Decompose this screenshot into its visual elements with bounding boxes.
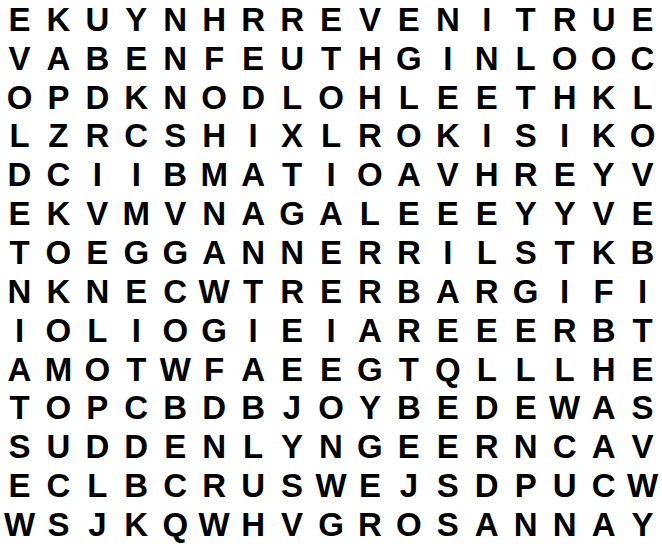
grid-cell[interactable]: O	[389, 117, 428, 156]
grid-cell[interactable]: N	[156, 39, 195, 78]
grid-cell[interactable]: M	[39, 350, 78, 389]
grid-cell[interactable]: L	[0, 117, 39, 156]
grid-cell[interactable]: L	[78, 466, 117, 505]
grid-cell[interactable]: E	[623, 350, 662, 389]
grid-cell[interactable]: T	[389, 350, 428, 389]
grid-cell[interactable]: Y	[545, 194, 584, 233]
grid-cell[interactable]: D	[195, 389, 234, 428]
grid-cell[interactable]: H	[467, 155, 506, 194]
grid-cell[interactable]: N	[312, 427, 351, 466]
grid-cell[interactable]: B	[623, 233, 662, 272]
grid-cell[interactable]: O	[350, 155, 389, 194]
grid-cell[interactable]: E	[273, 350, 312, 389]
grid-cell[interactable]: T	[312, 39, 351, 78]
grid-cell[interactable]: B	[584, 311, 623, 350]
grid-cell[interactable]: C	[584, 466, 623, 505]
grid-cell[interactable]: U	[584, 0, 623, 39]
grid-cell[interactable]: T	[117, 350, 156, 389]
grid-cell[interactable]: V	[0, 39, 39, 78]
grid-cell[interactable]: O	[39, 389, 78, 428]
grid-cell[interactable]: N	[506, 505, 545, 544]
grid-cell[interactable]: A	[389, 155, 428, 194]
grid-cell[interactable]: O	[389, 505, 428, 544]
grid-cell[interactable]: G	[506, 272, 545, 311]
grid-cell[interactable]: G	[350, 350, 389, 389]
grid-cell[interactable]: R	[350, 272, 389, 311]
grid-cell[interactable]: I	[117, 155, 156, 194]
grid-cell[interactable]: O	[39, 233, 78, 272]
grid-cell[interactable]: O	[39, 311, 78, 350]
grid-cell[interactable]: L	[545, 350, 584, 389]
grid-cell[interactable]: E	[506, 389, 545, 428]
grid-cell[interactable]: K	[39, 194, 78, 233]
grid-cell[interactable]: F	[195, 39, 234, 78]
grid-cell[interactable]: L	[312, 117, 351, 156]
grid-cell[interactable]: O	[78, 350, 117, 389]
grid-cell[interactable]: Z	[39, 117, 78, 156]
grid-cell[interactable]: L	[467, 350, 506, 389]
grid-cell[interactable]: G	[117, 233, 156, 272]
grid-cell[interactable]: K	[584, 78, 623, 117]
grid-cell[interactable]: Y	[117, 0, 156, 39]
grid-cell[interactable]: R	[350, 233, 389, 272]
grid-cell[interactable]: Q	[156, 505, 195, 544]
grid-cell[interactable]: E	[273, 311, 312, 350]
grid-cell[interactable]: A	[0, 350, 39, 389]
grid-cell[interactable]: V	[78, 194, 117, 233]
grid-cell[interactable]: S	[506, 233, 545, 272]
grid-cell[interactable]: O	[156, 311, 195, 350]
grid-cell[interactable]: I	[0, 311, 39, 350]
grid-cell[interactable]: N	[78, 272, 117, 311]
grid-cell[interactable]: W	[156, 350, 195, 389]
grid-cell[interactable]: R	[234, 0, 273, 39]
grid-cell[interactable]: D	[467, 466, 506, 505]
grid-cell[interactable]: B	[117, 466, 156, 505]
grid-cell[interactable]: D	[234, 78, 273, 117]
grid-cell[interactable]: H	[584, 350, 623, 389]
grid-cell[interactable]: N	[428, 0, 467, 39]
grid-cell[interactable]: I	[312, 311, 351, 350]
grid-cell[interactable]: V	[273, 505, 312, 544]
grid-cell[interactable]: K	[117, 505, 156, 544]
grid-cell[interactable]: L	[623, 78, 662, 117]
grid-cell[interactable]: C	[545, 427, 584, 466]
grid-cell[interactable]: A	[584, 389, 623, 428]
grid-cell[interactable]: M	[195, 155, 234, 194]
grid-cell[interactable]: N	[545, 505, 584, 544]
grid-cell[interactable]: U	[78, 0, 117, 39]
grid-cell[interactable]: D	[117, 427, 156, 466]
grid-cell[interactable]: Y	[273, 427, 312, 466]
grid-cell[interactable]: H	[195, 0, 234, 39]
grid-cell[interactable]: N	[0, 272, 39, 311]
grid-cell[interactable]: R	[195, 466, 234, 505]
grid-cell[interactable]: E	[389, 194, 428, 233]
grid-cell[interactable]: U	[273, 39, 312, 78]
grid-cell[interactable]: R	[350, 117, 389, 156]
grid-cell[interactable]: O	[623, 117, 662, 156]
grid-cell[interactable]: T	[506, 0, 545, 39]
grid-cell[interactable]: D	[78, 78, 117, 117]
grid-cell[interactable]: R	[350, 505, 389, 544]
grid-cell[interactable]: C	[39, 466, 78, 505]
grid-cell[interactable]: R	[545, 311, 584, 350]
grid-cell[interactable]: G	[156, 233, 195, 272]
grid-cell[interactable]: S	[273, 466, 312, 505]
grid-cell[interactable]: O	[312, 78, 351, 117]
grid-cell[interactable]: M	[117, 194, 156, 233]
grid-cell[interactable]: C	[117, 117, 156, 156]
grid-cell[interactable]: I	[234, 311, 273, 350]
grid-cell[interactable]: L	[506, 39, 545, 78]
grid-cell[interactable]: K	[39, 272, 78, 311]
grid-cell[interactable]: E	[623, 194, 662, 233]
grid-cell[interactable]: E	[117, 39, 156, 78]
grid-cell[interactable]: N	[273, 233, 312, 272]
grid-cell[interactable]: I	[428, 233, 467, 272]
grid-cell[interactable]: F	[584, 272, 623, 311]
grid-cell[interactable]: I	[545, 272, 584, 311]
grid-cell[interactable]: D	[0, 155, 39, 194]
grid-cell[interactable]: A	[234, 350, 273, 389]
grid-cell[interactable]: N	[195, 427, 234, 466]
grid-cell[interactable]: E	[117, 272, 156, 311]
grid-cell[interactable]: S	[156, 117, 195, 156]
grid-cell[interactable]: I	[467, 117, 506, 156]
grid-cell[interactable]: N	[156, 0, 195, 39]
grid-cell[interactable]: E	[467, 78, 506, 117]
grid-cell[interactable]: L	[467, 233, 506, 272]
grid-cell[interactable]: Y	[350, 389, 389, 428]
grid-cell[interactable]: E	[428, 427, 467, 466]
grid-cell[interactable]: I	[312, 155, 351, 194]
grid-cell[interactable]: B	[156, 389, 195, 428]
grid-cell[interactable]: E	[312, 272, 351, 311]
grid-cell[interactable]: W	[195, 272, 234, 311]
grid-cell[interactable]: E	[428, 389, 467, 428]
grid-cell[interactable]: G	[195, 311, 234, 350]
grid-cell[interactable]: B	[389, 389, 428, 428]
grid-cell[interactable]: A	[467, 505, 506, 544]
grid-cell[interactable]: R	[545, 0, 584, 39]
grid-cell[interactable]: K	[117, 78, 156, 117]
grid-cell[interactable]: A	[195, 233, 234, 272]
grid-cell[interactable]: E	[0, 466, 39, 505]
grid-cell[interactable]: S	[506, 117, 545, 156]
grid-cell[interactable]: O	[545, 39, 584, 78]
grid-cell[interactable]: J	[389, 466, 428, 505]
grid-cell[interactable]: V	[156, 194, 195, 233]
grid-cell[interactable]: B	[389, 272, 428, 311]
grid-cell[interactable]: E	[156, 427, 195, 466]
grid-cell[interactable]: I	[467, 0, 506, 39]
grid-cell[interactable]: G	[389, 39, 428, 78]
grid-cell[interactable]: N	[156, 78, 195, 117]
grid-cell[interactable]: E	[350, 466, 389, 505]
grid-cell[interactable]: Y	[623, 505, 662, 544]
grid-cell[interactable]: L	[78, 311, 117, 350]
grid-cell[interactable]: G	[350, 427, 389, 466]
grid-cell[interactable]: C	[117, 389, 156, 428]
grid-cell[interactable]: A	[39, 39, 78, 78]
grid-cell[interactable]: V	[584, 194, 623, 233]
grid-cell[interactable]: G	[312, 505, 351, 544]
grid-cell[interactable]: S	[0, 427, 39, 466]
grid-cell[interactable]: L	[273, 78, 312, 117]
grid-cell[interactable]: E	[389, 0, 428, 39]
grid-cell[interactable]: U	[39, 427, 78, 466]
grid-cell[interactable]: J	[273, 389, 312, 428]
grid-cell[interactable]: D	[78, 427, 117, 466]
word-search-grid: EKUYNHRREVENITRUEVABENFEUTHGINLOOCOPDKNO…	[0, 0, 662, 544]
grid-cell[interactable]: R	[273, 272, 312, 311]
grid-cell[interactable]: A	[350, 311, 389, 350]
grid-cell[interactable]: I	[623, 272, 662, 311]
grid-cell[interactable]: C	[156, 466, 195, 505]
grid-cell[interactable]: E	[389, 427, 428, 466]
grid-cell[interactable]: A	[234, 155, 273, 194]
grid-cell[interactable]: A	[584, 505, 623, 544]
grid-cell[interactable]: A	[312, 194, 351, 233]
grid-cell[interactable]: Y	[506, 194, 545, 233]
grid-cell[interactable]: H	[234, 505, 273, 544]
grid-cell[interactable]: I	[78, 155, 117, 194]
grid-cell[interactable]: Y	[584, 155, 623, 194]
grid-cell[interactable]: J	[78, 505, 117, 544]
grid-cell[interactable]: R	[273, 0, 312, 39]
grid-cell[interactable]: A	[584, 427, 623, 466]
grid-cell[interactable]: N	[467, 39, 506, 78]
grid-cell[interactable]: E	[0, 0, 39, 39]
grid-cell[interactable]: P	[506, 466, 545, 505]
grid-cell[interactable]: E	[545, 155, 584, 194]
grid-cell[interactable]: V	[623, 427, 662, 466]
grid-cell[interactable]: L	[234, 427, 273, 466]
grid-cell[interactable]: K	[39, 0, 78, 39]
grid-cell[interactable]: L	[350, 194, 389, 233]
grid-cell[interactable]: S	[39, 505, 78, 544]
grid-cell[interactable]: L	[389, 78, 428, 117]
grid-cell[interactable]: T	[506, 78, 545, 117]
grid-cell[interactable]: K	[584, 233, 623, 272]
grid-cell[interactable]: Q	[428, 350, 467, 389]
grid-cell[interactable]: R	[389, 233, 428, 272]
grid-cell[interactable]: I	[234, 117, 273, 156]
grid-cell[interactable]: E	[467, 194, 506, 233]
grid-cell[interactable]: E	[312, 233, 351, 272]
grid-cell[interactable]: W	[195, 505, 234, 544]
grid-cell[interactable]: V	[623, 155, 662, 194]
grid-cell[interactable]: R	[506, 155, 545, 194]
grid-cell[interactable]: I	[117, 311, 156, 350]
grid-cell[interactable]: H	[545, 78, 584, 117]
grid-cell[interactable]: E	[428, 311, 467, 350]
grid-cell[interactable]: P	[78, 389, 117, 428]
grid-cell[interactable]: C	[623, 39, 662, 78]
grid-cell[interactable]: S	[623, 389, 662, 428]
grid-cell[interactable]: O	[0, 78, 39, 117]
grid-cell[interactable]: E	[623, 0, 662, 39]
grid-cell[interactable]: T	[0, 233, 39, 272]
grid-cell[interactable]: T	[545, 233, 584, 272]
grid-cell[interactable]: T	[234, 272, 273, 311]
grid-cell[interactable]: E	[428, 194, 467, 233]
grid-cell[interactable]: T	[0, 389, 39, 428]
grid-cell[interactable]: R	[467, 427, 506, 466]
grid-cell[interactable]: W	[0, 505, 39, 544]
grid-cell[interactable]: D	[467, 389, 506, 428]
grid-cell[interactable]: G	[273, 194, 312, 233]
grid-cell[interactable]: E	[428, 78, 467, 117]
grid-cell[interactable]: U	[545, 466, 584, 505]
grid-cell[interactable]: E	[312, 0, 351, 39]
grid-cell[interactable]: H	[195, 117, 234, 156]
grid-cell[interactable]: O	[195, 78, 234, 117]
grid-cell[interactable]: X	[273, 117, 312, 156]
grid-cell[interactable]: S	[428, 505, 467, 544]
grid-cell[interactable]: V	[428, 155, 467, 194]
grid-cell[interactable]: E	[467, 311, 506, 350]
grid-cell[interactable]: P	[39, 78, 78, 117]
grid-cell[interactable]: N	[234, 233, 273, 272]
grid-cell[interactable]: F	[195, 350, 234, 389]
grid-cell[interactable]: L	[506, 350, 545, 389]
grid-cell[interactable]: I	[428, 39, 467, 78]
grid-cell[interactable]: C	[39, 155, 78, 194]
grid-cell[interactable]: A	[428, 272, 467, 311]
grid-cell[interactable]: K	[584, 117, 623, 156]
grid-cell[interactable]: B	[78, 39, 117, 78]
grid-cell[interactable]: T	[623, 311, 662, 350]
grid-cell[interactable]: A	[234, 194, 273, 233]
grid-cell[interactable]: K	[428, 117, 467, 156]
grid-cell[interactable]: W	[545, 389, 584, 428]
grid-cell[interactable]: S	[428, 466, 467, 505]
grid-cell[interactable]: N	[195, 194, 234, 233]
grid-cell[interactable]: B	[234, 389, 273, 428]
grid-cell[interactable]: E	[312, 350, 351, 389]
grid-cell[interactable]: T	[273, 155, 312, 194]
grid-cell[interactable]: E	[78, 233, 117, 272]
grid-cell[interactable]: H	[350, 39, 389, 78]
grid-cell[interactable]: O	[584, 39, 623, 78]
grid-cell[interactable]: R	[467, 272, 506, 311]
grid-cell[interactable]: E	[234, 39, 273, 78]
grid-cell[interactable]: W	[623, 466, 662, 505]
grid-cell[interactable]: R	[78, 117, 117, 156]
grid-cell[interactable]: B	[156, 155, 195, 194]
grid-cell[interactable]: U	[234, 466, 273, 505]
grid-cell[interactable]: C	[156, 272, 195, 311]
grid-cell[interactable]: W	[312, 466, 351, 505]
grid-cell[interactable]: E	[506, 311, 545, 350]
grid-cell[interactable]: E	[0, 194, 39, 233]
grid-cell[interactable]: H	[350, 78, 389, 117]
grid-cell[interactable]: I	[545, 117, 584, 156]
grid-cell[interactable]: R	[389, 311, 428, 350]
grid-cell[interactable]: O	[312, 389, 351, 428]
grid-cell[interactable]: V	[350, 0, 389, 39]
grid-cell[interactable]: N	[506, 427, 545, 466]
